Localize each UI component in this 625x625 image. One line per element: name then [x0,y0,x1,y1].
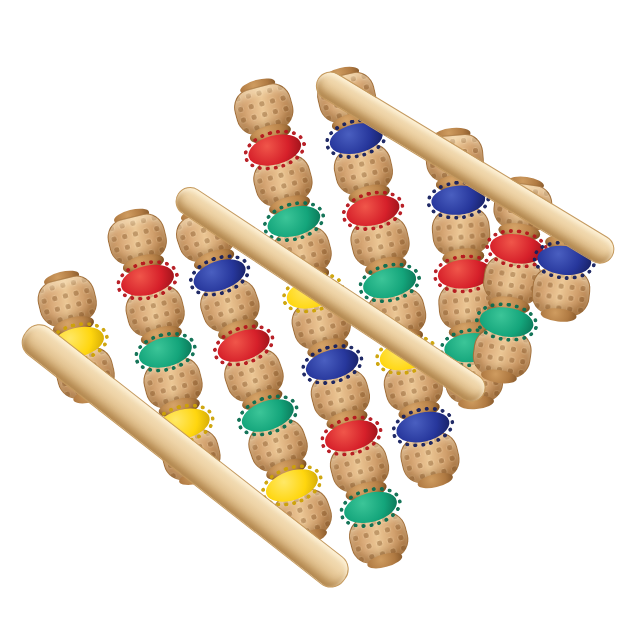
product-photo-foot-massage-roller [0,0,625,625]
spike-ring-teal [478,304,536,340]
